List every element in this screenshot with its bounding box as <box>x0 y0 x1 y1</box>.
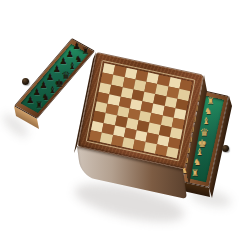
drawer-piece-black-pawn: ♟ <box>26 96 35 105</box>
drawer-piece-white-knight: ♞ <box>204 107 213 116</box>
drawer-piece-black-rook: ♜ <box>35 101 44 110</box>
chess-set-photo: ♟♟♟♟♟♟♟♟♜♞♝♛♚♝♞♜♟♟♟♟♟♟♟♟♜♞♝♛♚♝♞♜ <box>0 0 250 250</box>
drawer-piece-white-knight: ♞ <box>193 158 202 167</box>
drawer-piece-white-rook: ♜ <box>206 97 215 106</box>
drawer-piece-white-bishop: ♝ <box>202 117 211 126</box>
drawer-piece-white-bishop: ♝ <box>195 148 204 157</box>
board-square <box>166 146 179 158</box>
